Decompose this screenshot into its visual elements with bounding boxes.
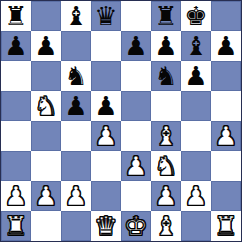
piece-white-bishop[interactable]: ♝ bbox=[154, 121, 177, 151]
square-g5[interactable] bbox=[181, 91, 211, 121]
piece-white-pawn[interactable]: ♟ bbox=[124, 151, 147, 181]
square-f3[interactable]: ♞ bbox=[151, 151, 181, 181]
square-h7[interactable]: ♟ bbox=[211, 31, 241, 61]
square-d5[interactable]: ♟ bbox=[91, 91, 121, 121]
square-b6[interactable] bbox=[31, 61, 61, 91]
square-f5[interactable] bbox=[151, 91, 181, 121]
square-f8[interactable]: ♜ bbox=[151, 1, 181, 31]
square-b2[interactable]: ♟ bbox=[31, 181, 61, 211]
square-a3[interactable] bbox=[1, 151, 31, 181]
piece-black-king[interactable]: ♚ bbox=[184, 1, 207, 31]
square-g1[interactable] bbox=[181, 211, 211, 241]
square-e6[interactable] bbox=[121, 61, 151, 91]
piece-white-pawn[interactable]: ♟ bbox=[214, 121, 237, 151]
square-a8[interactable]: ♜ bbox=[1, 1, 31, 31]
piece-black-knight[interactable]: ♞ bbox=[154, 61, 177, 91]
square-g2[interactable]: ♟ bbox=[181, 181, 211, 211]
square-e1[interactable]: ♚ bbox=[121, 211, 151, 241]
piece-white-pawn[interactable]: ♟ bbox=[64, 181, 87, 211]
square-f2[interactable]: ♟ bbox=[151, 181, 181, 211]
square-e2[interactable] bbox=[121, 181, 151, 211]
piece-black-pawn[interactable]: ♟ bbox=[4, 31, 27, 61]
piece-black-bishop[interactable]: ♝ bbox=[184, 31, 207, 61]
piece-black-knight[interactable]: ♞ bbox=[64, 61, 87, 91]
square-h6[interactable] bbox=[211, 61, 241, 91]
square-e5[interactable] bbox=[121, 91, 151, 121]
piece-black-bishop[interactable]: ♝ bbox=[64, 1, 87, 31]
piece-black-pawn[interactable]: ♟ bbox=[154, 31, 177, 61]
square-c7[interactable] bbox=[61, 31, 91, 61]
piece-black-pawn[interactable]: ♟ bbox=[34, 31, 57, 61]
square-f1[interactable]: ♝ bbox=[151, 211, 181, 241]
square-c6[interactable]: ♞ bbox=[61, 61, 91, 91]
square-d8[interactable]: ♛ bbox=[91, 1, 121, 31]
square-a6[interactable] bbox=[1, 61, 31, 91]
square-c8[interactable]: ♝ bbox=[61, 1, 91, 31]
square-g6[interactable]: ♟ bbox=[181, 61, 211, 91]
piece-black-queen[interactable]: ♛ bbox=[94, 1, 117, 31]
piece-white-rook[interactable]: ♜ bbox=[214, 211, 237, 241]
square-d2[interactable] bbox=[91, 181, 121, 211]
piece-black-pawn[interactable]: ♟ bbox=[64, 91, 87, 121]
piece-white-queen[interactable]: ♛ bbox=[94, 211, 117, 241]
square-d7[interactable] bbox=[91, 31, 121, 61]
piece-white-knight[interactable]: ♞ bbox=[154, 151, 177, 181]
square-h4[interactable]: ♟ bbox=[211, 121, 241, 151]
piece-white-pawn[interactable]: ♟ bbox=[154, 181, 177, 211]
square-f6[interactable]: ♞ bbox=[151, 61, 181, 91]
piece-black-rook[interactable]: ♜ bbox=[154, 1, 177, 31]
square-g3[interactable] bbox=[181, 151, 211, 181]
square-e8[interactable] bbox=[121, 1, 151, 31]
piece-white-pawn[interactable]: ♟ bbox=[94, 121, 117, 151]
square-g4[interactable] bbox=[181, 121, 211, 151]
square-h8[interactable] bbox=[211, 1, 241, 31]
square-c2[interactable]: ♟ bbox=[61, 181, 91, 211]
piece-white-rook[interactable]: ♜ bbox=[4, 211, 27, 241]
square-a7[interactable]: ♟ bbox=[1, 31, 31, 61]
square-c5[interactable]: ♟ bbox=[61, 91, 91, 121]
square-h2[interactable] bbox=[211, 181, 241, 211]
square-b5[interactable]: ♞ bbox=[31, 91, 61, 121]
square-d4[interactable]: ♟ bbox=[91, 121, 121, 151]
square-h3[interactable] bbox=[211, 151, 241, 181]
square-e3[interactable]: ♟ bbox=[121, 151, 151, 181]
square-d6[interactable] bbox=[91, 61, 121, 91]
square-b1[interactable] bbox=[31, 211, 61, 241]
square-a1[interactable]: ♜ bbox=[1, 211, 31, 241]
piece-black-pawn[interactable]: ♟ bbox=[214, 31, 237, 61]
chess-board-wrap: ♜♝♛♜♚♟♟♟♟♝♟♞♞♟♞♟♟♟♝♟♟♞♟♟♟♟♟♜♛♚♝♜ bbox=[0, 0, 242, 242]
piece-white-pawn[interactable]: ♟ bbox=[4, 181, 27, 211]
piece-white-pawn[interactable]: ♟ bbox=[184, 181, 207, 211]
square-b8[interactable] bbox=[31, 1, 61, 31]
square-b4[interactable] bbox=[31, 121, 61, 151]
square-a5[interactable] bbox=[1, 91, 31, 121]
square-d1[interactable]: ♛ bbox=[91, 211, 121, 241]
square-f7[interactable]: ♟ bbox=[151, 31, 181, 61]
square-b7[interactable]: ♟ bbox=[31, 31, 61, 61]
square-a2[interactable]: ♟ bbox=[1, 181, 31, 211]
piece-black-pawn[interactable]: ♟ bbox=[94, 91, 117, 121]
piece-black-pawn[interactable]: ♟ bbox=[184, 61, 207, 91]
square-g8[interactable]: ♚ bbox=[181, 1, 211, 31]
square-a4[interactable] bbox=[1, 121, 31, 151]
chess-board: ♜♝♛♜♚♟♟♟♟♝♟♞♞♟♞♟♟♟♝♟♟♞♟♟♟♟♟♜♛♚♝♜ bbox=[0, 0, 242, 242]
square-c1[interactable] bbox=[61, 211, 91, 241]
square-c3[interactable] bbox=[61, 151, 91, 181]
piece-black-pawn[interactable]: ♟ bbox=[124, 31, 147, 61]
piece-white-pawn[interactable]: ♟ bbox=[34, 181, 57, 211]
piece-black-rook[interactable]: ♜ bbox=[4, 1, 27, 31]
square-f4[interactable]: ♝ bbox=[151, 121, 181, 151]
square-d3[interactable] bbox=[91, 151, 121, 181]
square-b3[interactable] bbox=[31, 151, 61, 181]
piece-white-bishop[interactable]: ♝ bbox=[154, 211, 177, 241]
square-g7[interactable]: ♝ bbox=[181, 31, 211, 61]
square-e4[interactable] bbox=[121, 121, 151, 151]
piece-white-king[interactable]: ♚ bbox=[124, 211, 147, 241]
square-h1[interactable]: ♜ bbox=[211, 211, 241, 241]
square-c4[interactable] bbox=[61, 121, 91, 151]
square-e7[interactable]: ♟ bbox=[121, 31, 151, 61]
piece-white-knight[interactable]: ♞ bbox=[34, 91, 57, 121]
square-h5[interactable] bbox=[211, 91, 241, 121]
